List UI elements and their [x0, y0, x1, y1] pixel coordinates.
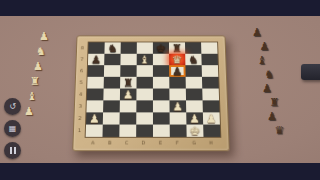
square-h7[interactable] [201, 54, 218, 65]
file-label-g: G [186, 138, 203, 148]
square-e8[interactable]: ♚ [153, 42, 169, 53]
captured-black-bishop: ♝ [257, 54, 284, 67]
square-a4[interactable] [87, 89, 104, 101]
square-f2[interactable] [170, 112, 187, 124]
square-h8[interactable] [201, 42, 217, 53]
rank-label-1: 1 [75, 124, 84, 136]
captured-white-pawn: ♟ [24, 105, 49, 118]
square-g6[interactable] [185, 65, 202, 77]
captured-black-tray: ♟♟♝♞♟♜♟♛ [252, 26, 284, 137]
captured-white-pawn: ♟ [39, 30, 49, 43]
square-e5[interactable] [153, 77, 169, 89]
square-a7[interactable]: ♟ [88, 54, 105, 65]
square-b2[interactable] [103, 112, 120, 124]
file-label-h: H [203, 138, 220, 148]
square-d5[interactable] [136, 77, 152, 89]
square-d6[interactable] [137, 65, 153, 77]
table-device [301, 64, 320, 80]
square-h1[interactable] [203, 125, 220, 137]
square-h5[interactable] [202, 77, 219, 89]
black-pawn-f6[interactable]: ♟ [169, 65, 185, 76]
square-b1[interactable] [102, 125, 119, 137]
pause-button[interactable] [4, 142, 21, 159]
rank-label-4: 4 [76, 88, 85, 100]
view-button[interactable]: ▦ [4, 120, 21, 137]
captured-black-pawn: ♟ [252, 26, 284, 39]
square-f6[interactable]: ♟ [169, 65, 185, 77]
captured-white-pawn: ♟ [33, 60, 49, 73]
square-g3[interactable] [186, 100, 203, 112]
square-g4[interactable] [186, 89, 203, 101]
square-f4[interactable] [169, 89, 186, 101]
file-label-a: A [84, 138, 101, 148]
captured-white-tray: ♟♞♟♜♝♟ [24, 30, 49, 118]
square-e4[interactable] [153, 89, 170, 101]
square-h4[interactable] [202, 89, 219, 101]
square-d4[interactable] [136, 89, 153, 101]
rank-label-6: 6 [77, 64, 86, 76]
black-knight-b8[interactable]: ♞ [104, 42, 120, 52]
square-c4[interactable]: ♟ [120, 89, 137, 101]
rank-label-7: 7 [77, 53, 86, 64]
black-rook-f8[interactable]: ♜ [169, 42, 185, 52]
rank-label-3: 3 [76, 99, 85, 111]
white-pawn-h2[interactable]: ♟ [203, 112, 220, 123]
square-f7[interactable]: ♛ [169, 54, 185, 65]
captured-white-knight: ♞ [36, 45, 49, 58]
bottom-letterbox-bar [0, 163, 320, 180]
undo-icon: ↺ [9, 102, 16, 111]
square-e2[interactable] [153, 112, 170, 124]
square-b5[interactable] [104, 77, 121, 89]
square-d3[interactable] [136, 100, 153, 112]
square-a8[interactable] [88, 42, 104, 53]
square-b6[interactable] [104, 65, 121, 77]
square-c7[interactable] [120, 54, 136, 65]
square-c5[interactable]: ♜ [120, 77, 137, 89]
square-f8[interactable]: ♜ [169, 42, 185, 53]
white-pawn-a2[interactable]: ♟ [86, 112, 103, 123]
black-pawn-a7[interactable]: ♟ [88, 54, 104, 65]
rank-label-2: 2 [75, 111, 84, 123]
black-knight-g7[interactable]: ♞ [185, 54, 201, 65]
captured-black-knight: ♞ [265, 68, 285, 81]
chess-board: ♞♚♜♟♝♛♞♟♜♟♟♟♟♟♚ [85, 42, 222, 138]
captured-black-queen: ♛ [275, 124, 285, 137]
white-pawn-g2[interactable]: ♟ [186, 112, 203, 123]
file-label-b: B [101, 138, 118, 148]
square-e3[interactable] [153, 100, 170, 112]
square-c6[interactable] [120, 65, 136, 77]
undo-button[interactable]: ↺ [4, 98, 21, 115]
square-a6[interactable] [88, 65, 105, 77]
file-label-e: E [152, 138, 169, 148]
captured-white-bishop: ♝ [27, 90, 49, 103]
captured-black-pawn: ♟ [262, 82, 284, 95]
square-d8[interactable] [137, 42, 153, 53]
square-b4[interactable] [103, 89, 120, 101]
square-c2[interactable] [120, 112, 137, 124]
chess-board-frame: ♞♚♜♟♝♛♞♟♜♟♟♟♟♟♚ ABCDEFGH 87654321 [72, 36, 230, 152]
captured-black-pawn: ♟ [267, 110, 284, 123]
square-e1[interactable] [153, 125, 170, 137]
captured-black-pawn: ♟ [260, 40, 285, 53]
game-stage: ♞♚♜♟♝♛♞♟♜♟♟♟♟♟♚ ABCDEFGH 87654321 ♟♞♟♜♝♟… [0, 0, 320, 180]
rank-label-8: 8 [78, 42, 87, 53]
square-h2[interactable]: ♟ [203, 112, 220, 124]
white-king-g1[interactable]: ♚ [186, 125, 203, 136]
file-label-d: D [135, 138, 152, 148]
square-g5[interactable] [186, 77, 203, 89]
file-label-c: C [118, 138, 135, 148]
square-a5[interactable] [87, 77, 104, 89]
square-h3[interactable] [203, 100, 220, 112]
square-d2[interactable] [136, 112, 153, 124]
square-b8[interactable]: ♞ [104, 42, 120, 53]
square-g7[interactable]: ♞ [185, 54, 201, 65]
square-d1[interactable] [136, 125, 153, 137]
captured-white-rook: ♜ [30, 75, 49, 88]
captured-black-rook: ♜ [270, 96, 285, 109]
square-h6[interactable] [202, 65, 219, 77]
square-f1[interactable] [170, 125, 187, 137]
view-icon: ▦ [9, 124, 17, 133]
rank-label-5: 5 [77, 76, 86, 88]
square-f5[interactable] [169, 77, 186, 89]
square-g2[interactable]: ♟ [186, 112, 203, 124]
white-pawn-c4[interactable]: ♟ [120, 89, 137, 100]
square-f3[interactable]: ♟ [169, 100, 186, 112]
white-queen-f7[interactable]: ♛ [169, 54, 185, 65]
black-rook-c5[interactable]: ♜ [120, 77, 137, 88]
square-g1[interactable]: ♚ [186, 125, 203, 137]
white-pawn-f3[interactable]: ♟ [169, 100, 186, 111]
square-b3[interactable] [103, 100, 120, 112]
pause-icon [10, 147, 12, 154]
file-label-f: F [169, 138, 186, 148]
white-bishop-d7[interactable]: ♝ [137, 54, 153, 65]
square-a1[interactable] [86, 125, 103, 137]
square-a2[interactable]: ♟ [86, 112, 103, 124]
game-controls: ↺▦ [4, 98, 21, 159]
black-king-e8[interactable]: ♚ [153, 42, 169, 52]
square-e7[interactable] [153, 54, 169, 65]
square-d7[interactable]: ♝ [137, 54, 153, 65]
square-c1[interactable] [119, 125, 136, 137]
square-e6[interactable] [153, 65, 169, 77]
square-c8[interactable] [121, 42, 137, 53]
file-labels: ABCDEFGH [84, 138, 219, 148]
top-letterbox-bar [0, 0, 320, 16]
square-g8[interactable] [185, 42, 201, 53]
square-b7[interactable] [104, 54, 120, 65]
square-c3[interactable] [120, 100, 137, 112]
square-a3[interactable] [86, 100, 103, 112]
